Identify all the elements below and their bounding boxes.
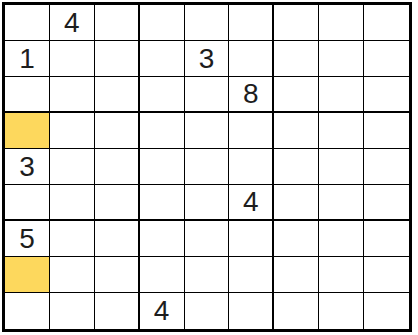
sudoku-cell-r9c7[interactable] — [274, 293, 319, 329]
sudoku-cell-r4c6[interactable] — [229, 113, 274, 149]
sudoku-cell-r3c2[interactable] — [50, 77, 95, 113]
sudoku-cell-r5c9[interactable] — [364, 149, 409, 185]
sudoku-cell-r7c8[interactable] — [319, 221, 364, 257]
sudoku-cell-r2c8[interactable] — [319, 41, 364, 77]
sudoku-cell-r2c7[interactable] — [274, 41, 319, 77]
sudoku-cell-r9c8[interactable] — [319, 293, 364, 329]
sudoku-cell-r3c6[interactable]: 8 — [229, 77, 274, 113]
sudoku-cell-r5c4[interactable] — [140, 149, 185, 185]
sudoku-cell-r9c4[interactable]: 4 — [140, 293, 185, 329]
sudoku-cell-r4c1[interactable] — [5, 113, 50, 149]
sudoku-cell-r4c2[interactable] — [50, 113, 95, 149]
sudoku-cell-r5c6[interactable] — [229, 149, 274, 185]
sudoku-cell-r8c1[interactable] — [5, 257, 50, 293]
sudoku-cell-r6c1[interactable] — [5, 185, 50, 221]
sudoku-cell-r5c5[interactable] — [185, 149, 230, 185]
sudoku-cell-r4c9[interactable] — [364, 113, 409, 149]
sudoku-cell-r6c8[interactable] — [319, 185, 364, 221]
sudoku-cell-r2c9[interactable] — [364, 41, 409, 77]
sudoku-cell-r3c3[interactable] — [95, 77, 140, 113]
sudoku-cell-r9c6[interactable] — [229, 293, 274, 329]
sudoku-cell-r7c3[interactable] — [95, 221, 140, 257]
sudoku-cell-r1c5[interactable] — [185, 5, 230, 41]
sudoku-cell-r9c3[interactable] — [95, 293, 140, 329]
sudoku-cell-r6c4[interactable] — [140, 185, 185, 221]
sudoku-cell-r2c5[interactable]: 3 — [185, 41, 230, 77]
sudoku-cell-r8c6[interactable] — [229, 257, 274, 293]
sudoku-cell-r4c4[interactable] — [140, 113, 185, 149]
sudoku-cell-r2c4[interactable] — [140, 41, 185, 77]
sudoku-cell-r4c3[interactable] — [95, 113, 140, 149]
sudoku-cell-r2c3[interactable] — [95, 41, 140, 77]
sudoku-cell-r9c9[interactable] — [364, 293, 409, 329]
sudoku-cell-r8c9[interactable] — [364, 257, 409, 293]
sudoku-cell-r7c5[interactable] — [185, 221, 230, 257]
sudoku-cell-r7c9[interactable] — [364, 221, 409, 257]
sudoku-cell-r7c6[interactable] — [229, 221, 274, 257]
sudoku-cell-r1c7[interactable] — [274, 5, 319, 41]
sudoku-cell-r7c1[interactable]: 5 — [5, 221, 50, 257]
sudoku-cell-r2c1[interactable]: 1 — [5, 41, 50, 77]
sudoku-cell-r4c5[interactable] — [185, 113, 230, 149]
sudoku-cell-r5c8[interactable] — [319, 149, 364, 185]
sudoku-cell-r3c4[interactable] — [140, 77, 185, 113]
sudoku-cell-r9c1[interactable] — [5, 293, 50, 329]
sudoku-cell-r6c6[interactable]: 4 — [229, 185, 274, 221]
sudoku-board: 41383454 — [2, 2, 412, 332]
sudoku-screenshot: 41383454 — [0, 0, 418, 335]
sudoku-cell-r6c7[interactable] — [274, 185, 319, 221]
sudoku-cell-r9c5[interactable] — [185, 293, 230, 329]
sudoku-cell-r7c4[interactable] — [140, 221, 185, 257]
sudoku-cell-r5c2[interactable] — [50, 149, 95, 185]
sudoku-cell-r3c9[interactable] — [364, 77, 409, 113]
sudoku-cell-r9c2[interactable] — [50, 293, 95, 329]
sudoku-cell-r1c2[interactable]: 4 — [50, 5, 95, 41]
sudoku-cell-r1c4[interactable] — [140, 5, 185, 41]
sudoku-cell-r2c6[interactable] — [229, 41, 274, 77]
sudoku-cell-r5c3[interactable] — [95, 149, 140, 185]
sudoku-cell-r7c7[interactable] — [274, 221, 319, 257]
sudoku-cell-r6c9[interactable] — [364, 185, 409, 221]
sudoku-cell-r7c2[interactable] — [50, 221, 95, 257]
sudoku-cell-r5c7[interactable] — [274, 149, 319, 185]
sudoku-cell-r6c5[interactable] — [185, 185, 230, 221]
sudoku-cell-r1c6[interactable] — [229, 5, 274, 41]
sudoku-cell-r8c8[interactable] — [319, 257, 364, 293]
sudoku-cell-r3c1[interactable] — [5, 77, 50, 113]
sudoku-cell-r3c5[interactable] — [185, 77, 230, 113]
sudoku-cell-r2c2[interactable] — [50, 41, 95, 77]
sudoku-cell-r4c8[interactable] — [319, 113, 364, 149]
sudoku-cell-r1c3[interactable] — [95, 5, 140, 41]
sudoku-cell-r4c7[interactable] — [274, 113, 319, 149]
sudoku-cell-r3c7[interactable] — [274, 77, 319, 113]
sudoku-cell-r5c1[interactable]: 3 — [5, 149, 50, 185]
sudoku-cell-r8c5[interactable] — [185, 257, 230, 293]
sudoku-cell-r6c2[interactable] — [50, 185, 95, 221]
sudoku-cell-r1c9[interactable] — [364, 5, 409, 41]
sudoku-cell-r1c1[interactable] — [5, 5, 50, 41]
sudoku-cell-r3c8[interactable] — [319, 77, 364, 113]
sudoku-cell-r8c3[interactable] — [95, 257, 140, 293]
sudoku-cell-r8c7[interactable] — [274, 257, 319, 293]
sudoku-cell-r8c4[interactable] — [140, 257, 185, 293]
sudoku-cell-r6c3[interactable] — [95, 185, 140, 221]
sudoku-cell-r8c2[interactable] — [50, 257, 95, 293]
sudoku-cell-r1c8[interactable] — [319, 5, 364, 41]
